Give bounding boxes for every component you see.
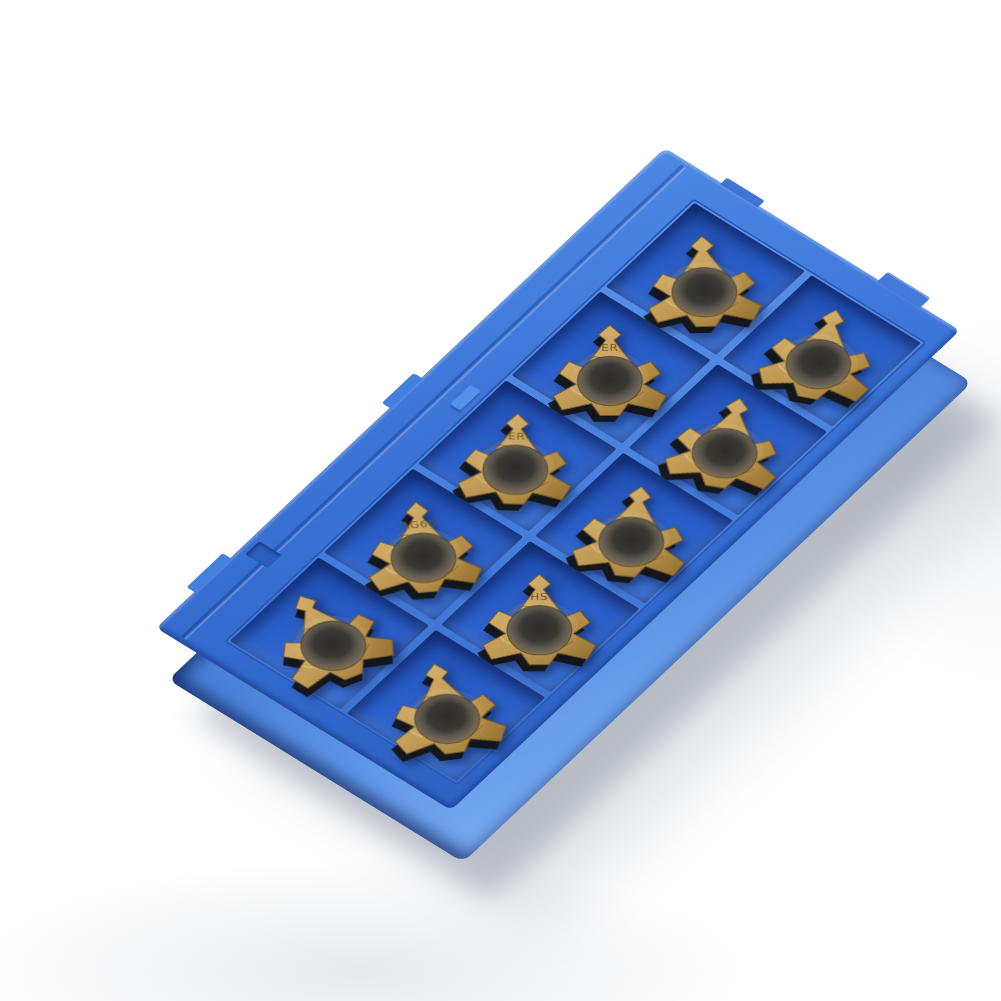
insert-marking: ER (602, 342, 619, 353)
threading-insert: ER (540, 323, 681, 422)
product-photo: ER ER (0, 0, 1001, 1001)
threading-insert (364, 652, 525, 768)
insert-marking: ER (508, 430, 526, 442)
side-clip-lower (187, 553, 232, 593)
latch-tab (877, 272, 931, 309)
rim-step (720, 178, 765, 208)
insert-holder (363, 648, 527, 772)
side-clip (382, 373, 423, 409)
insert-marking: HS (530, 592, 548, 603)
